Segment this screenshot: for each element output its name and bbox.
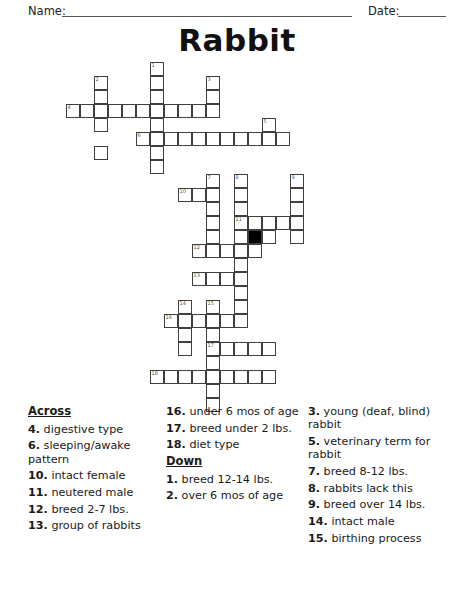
grid-void [108,132,122,146]
grid-void [122,286,136,300]
grid-void [206,146,220,160]
grid-void [262,146,276,160]
grid-void [248,76,262,90]
grid-cell[interactable] [206,202,220,216]
grid-void [262,272,276,286]
grid-cell[interactable] [192,370,206,384]
grid-void [136,286,150,300]
grid-cell[interactable] [234,342,248,356]
grid-void [276,258,290,272]
grid-void [150,314,164,328]
grid-cell[interactable] [234,258,248,272]
grid-void [80,356,94,370]
grid-cell[interactable] [262,342,276,356]
clue-number: 2. [166,489,178,502]
grid-void [192,160,206,174]
grid-void [94,370,108,384]
grid-void [234,328,248,342]
grid-void [248,328,262,342]
grid-cell[interactable] [234,188,248,202]
grid-cell[interactable] [220,132,234,146]
grid-void [178,230,192,244]
clue-number: 16. [166,405,186,418]
grid-void [290,118,304,132]
grid-void [66,258,80,272]
grid-cell[interactable] [290,202,304,216]
grid-void [66,244,80,258]
grid-cell[interactable] [220,342,234,356]
clue-number: 11. [28,486,48,499]
grid-void [192,216,206,230]
grid-cell[interactable]: 1 [150,62,164,76]
grid-void [290,146,304,160]
grid-cell[interactable] [234,286,248,300]
grid-cell[interactable] [164,132,178,146]
clue-18-across: 18. diet type [166,438,299,451]
name-input-line[interactable] [62,15,352,17]
grid-void [66,118,80,132]
grid-cell[interactable] [276,132,290,146]
grid-void [164,342,178,356]
clue-17-across: 17. breed under 2 lbs. [166,422,299,435]
grid-void [80,384,94,398]
grid-void [122,342,136,356]
grid-void [206,62,220,76]
grid-void [66,174,80,188]
grid-void [192,258,206,272]
grid-void [262,104,276,118]
cell-number: 15 [208,301,214,306]
grid-cell[interactable] [206,244,220,258]
grid-void [192,90,206,104]
grid-cell[interactable] [164,104,178,118]
grid-void [66,230,80,244]
grid-cell[interactable] [150,104,164,118]
grid-void [220,76,234,90]
grid-cell[interactable] [220,314,234,328]
grid-cell[interactable] [290,188,304,202]
grid-void [192,328,206,342]
cell-number: 3 [208,77,211,82]
grid-void [164,286,178,300]
grid-void [108,230,122,244]
grid-void [164,188,178,202]
grid-cell[interactable] [276,216,290,230]
grid-void [248,90,262,104]
grid-cell[interactable] [206,356,220,370]
clue-number: 17. [166,422,186,435]
grid-void [220,300,234,314]
grid-cell[interactable]: 15 [206,300,220,314]
grid-void [276,76,290,90]
grid-void [94,356,108,370]
grid-cell[interactable] [178,370,192,384]
grid-void [178,90,192,104]
grid-cell[interactable]: 17 [206,342,220,356]
grid-void [94,258,108,272]
grid-void [164,356,178,370]
clue-text: sleeping/awake pattern [28,439,130,465]
grid-void [248,62,262,76]
grid-cell[interactable] [248,370,262,384]
grid-void [262,202,276,216]
grid-void [122,118,136,132]
clue-number: 10. [28,469,48,482]
grid-cell[interactable] [178,132,192,146]
grid-void [136,202,150,216]
grid-void [220,384,234,398]
grid-void [94,230,108,244]
grid-void [248,300,262,314]
grid-void [94,300,108,314]
grid-cell[interactable]: 7 [206,174,220,188]
grid-cell[interactable] [192,132,206,146]
grid-cell[interactable] [178,104,192,118]
grid-void [80,286,94,300]
grid-void [164,160,178,174]
grid-void [164,328,178,342]
grid-cell[interactable] [206,314,220,328]
grid-void [94,62,108,76]
grid-void [178,356,192,370]
grid-void [80,272,94,286]
grid-cell[interactable] [234,244,248,258]
grid-void [220,286,234,300]
grid-cell[interactable] [206,230,220,244]
grid-cell[interactable] [150,118,164,132]
grid-void [66,188,80,202]
grid-cell[interactable] [248,244,262,258]
grid-cell[interactable] [248,216,262,230]
grid-void [192,174,206,188]
grid-void [122,258,136,272]
grid-cell[interactable] [234,202,248,216]
grid-void [80,202,94,216]
clue-text: intact male [328,515,395,528]
grid-void [108,202,122,216]
grid-void [234,90,248,104]
grid-cell[interactable] [206,370,220,384]
grid-cell[interactable] [136,104,150,118]
grid-cell[interactable] [94,118,108,132]
grid-void [290,90,304,104]
grid-void [220,160,234,174]
grid-void [122,356,136,370]
clue-text: breed 12-14 lbs. [178,473,273,486]
grid-void [150,328,164,342]
grid-void [178,286,192,300]
grid-void [290,356,304,370]
grid-cell[interactable] [262,132,276,146]
clue-5-down: 5. veterinary term for rabbit [308,435,450,461]
grid-cell[interactable] [150,146,164,160]
grid-void [122,188,136,202]
grid-void [108,118,122,132]
grid-cell[interactable] [206,216,220,230]
grid-void [220,328,234,342]
grid-void [192,62,206,76]
grid-void [108,356,122,370]
grid-void [206,258,220,272]
grid-void [164,76,178,90]
grid-cell[interactable] [220,244,234,258]
grid-void [150,272,164,286]
clue-number: 12. [28,503,48,516]
grid-void [150,202,164,216]
grid-void [178,244,192,258]
clue-number: 8. [308,482,320,495]
date-label: Date: [368,4,399,18]
grid-void [262,160,276,174]
grid-void [108,160,122,174]
grid-void [136,174,150,188]
grid-cell[interactable] [192,188,206,202]
clue-text: group of rabbits [48,519,141,532]
grid-cell[interactable]: 2 [94,76,108,90]
grid-void [80,188,94,202]
grid-cell[interactable] [206,90,220,104]
clue-text: neutered male [48,486,134,499]
grid-cell[interactable]: 9 [290,174,304,188]
grid-cell[interactable] [178,342,192,356]
grid-void [276,90,290,104]
grid-void [94,202,108,216]
grid-void [164,90,178,104]
grid-void [220,188,234,202]
clue-1-down: 1. breed 12-14 lbs. [166,473,299,486]
grid-cell[interactable] [150,160,164,174]
grid-cell[interactable] [234,300,248,314]
grid-cell[interactable] [262,370,276,384]
grid-void [94,384,108,398]
date-input-line[interactable] [398,15,446,17]
grid-void [178,160,192,174]
grid-cell[interactable]: 3 [206,76,220,90]
grid-void [66,300,80,314]
grid-void [108,370,122,384]
grid-void [122,146,136,160]
grid-void [136,328,150,342]
grid-cell[interactable]: 16 [164,314,178,328]
grid-void [276,286,290,300]
clue-number: 6. [28,439,40,452]
grid-cell[interactable] [234,230,248,244]
grid-void [248,272,262,286]
grid-cell[interactable] [206,384,220,398]
grid-cell[interactable] [234,314,248,328]
grid-cell[interactable] [262,216,276,230]
grid-void [164,230,178,244]
grid-cell[interactable] [164,370,178,384]
grid-void [136,244,150,258]
grid-void [206,160,220,174]
grid-void [94,132,108,146]
grid-void [94,342,108,356]
grid-cell[interactable] [94,104,108,118]
grid-void [136,160,150,174]
grid-void [178,384,192,398]
grid-cell[interactable] [248,132,262,146]
grid-void [108,90,122,104]
grid-void [66,160,80,174]
grid-cell[interactable] [80,104,94,118]
grid-cell[interactable] [206,188,220,202]
grid-void [108,146,122,160]
grid-cell[interactable]: 18 [150,370,164,384]
grid-void [248,104,262,118]
grid-cell[interactable] [108,104,122,118]
grid-void [220,202,234,216]
grid-void [122,132,136,146]
grid-void [136,146,150,160]
grid-void [108,384,122,398]
grid-void [262,90,276,104]
grid-cell[interactable] [262,230,276,244]
grid-void [122,174,136,188]
grid-cell[interactable]: 14 [178,300,192,314]
grid-void [164,258,178,272]
grid-void [80,328,94,342]
grid-void [276,188,290,202]
grid-cell[interactable]: 13 [192,272,206,286]
grid-void [178,216,192,230]
grid-cell[interactable] [192,314,206,328]
grid-void [108,62,122,76]
grid-void [220,62,234,76]
grid-cell[interactable] [234,132,248,146]
grid-void [80,230,94,244]
grid-cell[interactable]: 11 [234,216,248,230]
grid-void [136,314,150,328]
grid-void [178,118,192,132]
grid-void [150,188,164,202]
grid-cell[interactable] [178,328,192,342]
grid-void [66,342,80,356]
grid-void [234,160,248,174]
grid-void [66,356,80,370]
clue-text: breed over 14 lbs. [320,498,425,511]
grid-void [150,300,164,314]
grid-void [80,160,94,174]
clue-text: veterinary term for rabbit [308,435,430,461]
grid-void [108,300,122,314]
cell-number: 6 [138,133,141,138]
grid-cell[interactable]: 8 [234,174,248,188]
cell-number: 9 [292,175,295,180]
grid-cell[interactable] [150,90,164,104]
grid-void [248,160,262,174]
grid-cell[interactable] [290,216,304,230]
name-label: Name: [28,4,66,18]
cell-number: 5 [264,119,267,124]
grid-void [192,202,206,216]
grid-void [80,216,94,230]
grid-cell[interactable] [206,104,220,118]
grid-void [136,342,150,356]
grid-cell[interactable] [234,272,248,286]
grid-cell[interactable] [122,104,136,118]
clue-number: 3. [308,405,320,418]
grid-cell[interactable]: 6 [136,132,150,146]
grid-void [234,356,248,370]
grid-void [276,118,290,132]
grid-void [290,76,304,90]
grid-void [136,188,150,202]
grid-void [192,230,206,244]
clue-6-across: 6. sleeping/awake pattern [28,439,161,465]
grid-cell[interactable] [192,104,206,118]
clue-text: diet type [186,438,240,451]
grid-cell[interactable] [94,146,108,160]
grid-void [136,300,150,314]
worksheet-page: Name: Date: Rabbit 123456789101112131415… [0,0,474,613]
clue-number: 18. [166,438,186,451]
grid-void [136,272,150,286]
grid-cell[interactable]: 5 [262,118,276,132]
grid-cell[interactable] [206,132,220,146]
grid-cell[interactable] [150,76,164,90]
grid-void [178,272,192,286]
grid-void [248,174,262,188]
grid-void [80,76,94,90]
grid-void [66,132,80,146]
grid-void [80,300,94,314]
grid-cell[interactable] [220,272,234,286]
grid-void [276,328,290,342]
grid-cell[interactable] [94,90,108,104]
grid-cell[interactable] [206,272,220,286]
grid-void [94,272,108,286]
clue-text: breed under 2 lbs. [186,422,292,435]
clue-text: birthing process [328,532,422,545]
grid-void [178,62,192,76]
grid-cell[interactable] [220,370,234,384]
grid-cell[interactable] [248,342,262,356]
grid-void [80,62,94,76]
grid-void [122,216,136,230]
grid-void [290,384,304,398]
grid-void [234,118,248,132]
grid-void [262,356,276,370]
grid-void [290,314,304,328]
grid-void [220,90,234,104]
clue-column-1: Across4. digestive type6. sleeping/awake… [28,405,161,536]
grid-cell[interactable] [150,132,164,146]
grid-void [150,342,164,356]
grid-cell[interactable] [178,314,192,328]
grid-void [122,384,136,398]
grid-void [136,258,150,272]
grid-void [122,230,136,244]
grid-void [150,384,164,398]
across-heading: Across [28,405,161,419]
grid-void [262,384,276,398]
grid-cell[interactable]: 10 [178,188,192,202]
grid-void [150,258,164,272]
grid-cell[interactable]: 12 [192,244,206,258]
clue-number: 7. [308,465,320,478]
cell-number: 12 [194,245,200,250]
grid-void [150,230,164,244]
grid-void [234,62,248,76]
clue-11-across: 11. neutered male [28,486,161,499]
cell-number: 16 [166,315,172,320]
grid-void [276,384,290,398]
grid-cell[interactable] [290,230,304,244]
grid-cell[interactable] [206,328,220,342]
grid-cell[interactable] [234,370,248,384]
grid-cell[interactable]: 4 [66,104,80,118]
